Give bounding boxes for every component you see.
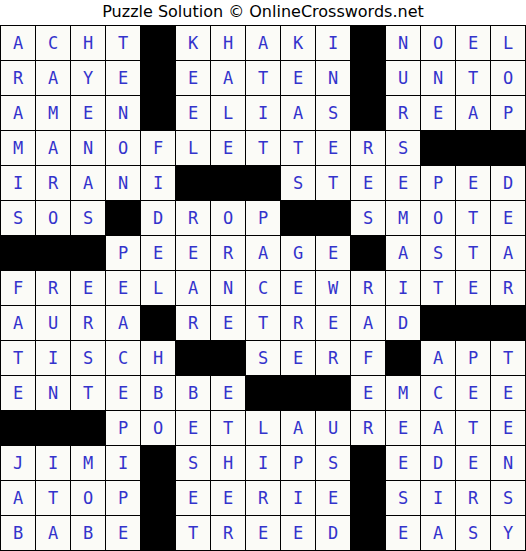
letter-cell-r7c15: A [491, 236, 525, 270]
block-cell-r7c3 [71, 236, 105, 270]
letter-cell-r6c6: R [176, 201, 210, 235]
letter-cell-r10c14: P [456, 341, 490, 375]
letter-cell-r13c4: I [106, 446, 140, 480]
block-cell-r6c4 [106, 201, 140, 235]
letter-cell-r4c6: L [176, 131, 210, 165]
letter-cell-r12c14: T [456, 411, 490, 445]
block-cell-r3c5 [141, 96, 175, 130]
letter-cell-r8c15: R [491, 271, 525, 305]
page-title: Puzzle Solution © OnlineCrosswords.net [0, 0, 526, 25]
letter-cell-r1c6: K [176, 26, 210, 60]
letter-cell-r8c8: C [246, 271, 280, 305]
block-cell-r12c3 [71, 411, 105, 445]
letter-cell-r3c3: E [71, 96, 105, 130]
letter-cell-r13c10: S [316, 446, 350, 480]
letter-cell-r3c15: P [491, 96, 525, 130]
letter-cell-r3c13: E [421, 96, 455, 130]
block-cell-r2c5 [141, 61, 175, 95]
letter-cell-r5c13: P [421, 166, 455, 200]
letter-cell-r2c7: A [211, 61, 245, 95]
block-cell-r12c1 [1, 411, 35, 445]
letter-cell-r3c7: L [211, 96, 245, 130]
block-cell-r10c12 [386, 341, 420, 375]
letter-cell-r12c8: L [246, 411, 280, 445]
letter-cell-r2c15: O [491, 61, 525, 95]
letter-cell-r4c1: M [1, 131, 35, 165]
letter-cell-r6c14: T [456, 201, 490, 235]
letter-cell-r1c12: N [386, 26, 420, 60]
letter-cell-r7c6: E [176, 236, 210, 270]
letter-cell-r8c2: R [36, 271, 70, 305]
letter-cell-r10c13: A [421, 341, 455, 375]
letter-cell-r1c10: I [316, 26, 350, 60]
letter-cell-r3c6: E [176, 96, 210, 130]
letter-cell-r4c9: T [281, 131, 315, 165]
letter-cell-r8c7: N [211, 271, 245, 305]
letter-cell-r13c15: N [491, 446, 525, 480]
letter-cell-r11c12: M [386, 376, 420, 410]
letter-cell-r5c12: E [386, 166, 420, 200]
letter-cell-r11c4: E [106, 376, 140, 410]
letter-cell-r4c7: E [211, 131, 245, 165]
letter-cell-r8c1: F [1, 271, 35, 305]
block-cell-r13c5 [141, 446, 175, 480]
letter-cell-r8c10: W [316, 271, 350, 305]
letter-cell-r8c5: L [141, 271, 175, 305]
letter-cell-r1c7: H [211, 26, 245, 60]
letter-cell-r9c2: U [36, 306, 70, 340]
letter-cell-r11c14: E [456, 376, 490, 410]
letter-cell-r1c14: E [456, 26, 490, 60]
letter-cell-r14c2: T [36, 481, 70, 515]
block-cell-r4c15 [491, 131, 525, 165]
letter-cell-r4c2: A [36, 131, 70, 165]
letter-cell-r12c13: A [421, 411, 455, 445]
block-cell-r15c11 [351, 516, 385, 550]
puzzle-solution-page: Puzzle Solution © OnlineCrosswords.net A… [0, 0, 526, 551]
letter-cell-r11c5: B [141, 376, 175, 410]
letter-cell-r11c15: E [491, 376, 525, 410]
letter-cell-r3c12: R [386, 96, 420, 130]
letter-cell-r2c1: R [1, 61, 35, 95]
letter-cell-r5c1: I [1, 166, 35, 200]
letter-cell-r11c13: C [421, 376, 455, 410]
letter-cell-r15c12: E [386, 516, 420, 550]
letter-cell-r14c3: O [71, 481, 105, 515]
letter-cell-r15c4: E [106, 516, 140, 550]
letter-cell-r13c13: D [421, 446, 455, 480]
letter-cell-r6c1: S [1, 201, 35, 235]
letter-cell-r10c4: C [106, 341, 140, 375]
letter-cell-r6c5: D [141, 201, 175, 235]
letter-cell-r13c8: I [246, 446, 280, 480]
letter-cell-r15c6: T [176, 516, 210, 550]
block-cell-r1c5 [141, 26, 175, 60]
letter-cell-r15c7: R [211, 516, 245, 550]
block-cell-r9c5 [141, 306, 175, 340]
letter-cell-r10c2: I [36, 341, 70, 375]
block-cell-r14c11 [351, 481, 385, 515]
letter-cell-r9c6: R [176, 306, 210, 340]
letter-cell-r14c4: P [106, 481, 140, 515]
block-cell-r9c15 [491, 306, 525, 340]
letter-cell-r4c4: O [106, 131, 140, 165]
letter-cell-r7c4: P [106, 236, 140, 270]
block-cell-r7c1 [1, 236, 35, 270]
letter-cell-r7c10: E [316, 236, 350, 270]
block-cell-r10c6 [176, 341, 210, 375]
letter-cell-r10c9: E [281, 341, 315, 375]
letter-cell-r2c14: T [456, 61, 490, 95]
letter-cell-r10c11: F [351, 341, 385, 375]
letter-cell-r2c8: T [246, 61, 280, 95]
letter-cell-r5c5: I [141, 166, 175, 200]
letter-cell-r7c12: A [386, 236, 420, 270]
letter-cell-r15c2: A [36, 516, 70, 550]
block-cell-r3c11 [351, 96, 385, 130]
letter-cell-r9c1: A [1, 306, 35, 340]
block-cell-r10c7 [211, 341, 245, 375]
block-cell-r13c11 [351, 446, 385, 480]
letter-cell-r5c4: N [106, 166, 140, 200]
letter-cell-r13c2: I [36, 446, 70, 480]
block-cell-r5c7 [211, 166, 245, 200]
letter-cell-r13c9: P [281, 446, 315, 480]
block-cell-r11c10 [316, 376, 350, 410]
letter-cell-r4c10: E [316, 131, 350, 165]
letter-cell-r9c11: A [351, 306, 385, 340]
letter-cell-r11c2: N [36, 376, 70, 410]
letter-cell-r1c4: T [106, 26, 140, 60]
letter-cell-r8c9: E [281, 271, 315, 305]
letter-cell-r9c8: T [246, 306, 280, 340]
letter-cell-r6c11: S [351, 201, 385, 235]
letter-cell-r15c3: B [71, 516, 105, 550]
letter-cell-r12c7: T [211, 411, 245, 445]
letter-cell-r1c9: K [281, 26, 315, 60]
letter-cell-r3c4: N [106, 96, 140, 130]
letter-cell-r5c3: A [71, 166, 105, 200]
letter-cell-r4c3: N [71, 131, 105, 165]
letter-cell-r10c1: T [1, 341, 35, 375]
letter-cell-r8c14: E [456, 271, 490, 305]
letter-cell-r2c4: E [106, 61, 140, 95]
letter-cell-r7c8: A [246, 236, 280, 270]
letter-cell-r3c1: A [1, 96, 35, 130]
letter-cell-r5c9: S [281, 166, 315, 200]
block-cell-r1c11 [351, 26, 385, 60]
letter-cell-r15c15: Y [491, 516, 525, 550]
letter-cell-r14c10: E [316, 481, 350, 515]
letter-cell-r6c8: P [246, 201, 280, 235]
letter-cell-r7c14: T [456, 236, 490, 270]
letter-cell-r2c13: N [421, 61, 455, 95]
letter-cell-r8c4: E [106, 271, 140, 305]
letter-cell-r4c11: R [351, 131, 385, 165]
letter-cell-r3c14: A [456, 96, 490, 130]
letter-cell-r15c10: D [316, 516, 350, 550]
letter-cell-r15c9: E [281, 516, 315, 550]
letter-cell-r2c10: N [316, 61, 350, 95]
letter-cell-r13c7: H [211, 446, 245, 480]
letter-cell-r3c9: A [281, 96, 315, 130]
letter-cell-r6c13: O [421, 201, 455, 235]
letter-cell-r4c8: T [246, 131, 280, 165]
letter-cell-r1c2: C [36, 26, 70, 60]
block-cell-r12c2 [36, 411, 70, 445]
letter-cell-r12c5: O [141, 411, 175, 445]
letter-cell-r3c8: I [246, 96, 280, 130]
letter-cell-r11c11: E [351, 376, 385, 410]
letter-cell-r1c1: A [1, 26, 35, 60]
block-cell-r6c10 [316, 201, 350, 235]
letter-cell-r2c9: E [281, 61, 315, 95]
letter-cell-r2c6: E [176, 61, 210, 95]
letter-cell-r2c12: U [386, 61, 420, 95]
letter-cell-r7c9: G [281, 236, 315, 270]
letter-cell-r1c15: L [491, 26, 525, 60]
letter-cell-r14c12: S [386, 481, 420, 515]
letter-cell-r6c2: O [36, 201, 70, 235]
letter-cell-r15c1: B [1, 516, 35, 550]
letter-cell-r5c11: E [351, 166, 385, 200]
letter-cell-r9c7: E [211, 306, 245, 340]
letter-cell-r7c13: S [421, 236, 455, 270]
letter-cell-r14c1: A [1, 481, 35, 515]
block-cell-r11c8 [246, 376, 280, 410]
block-cell-r5c6 [176, 166, 210, 200]
block-cell-r9c14 [456, 306, 490, 340]
letter-cell-r14c7: E [211, 481, 245, 515]
letter-cell-r5c15: D [491, 166, 525, 200]
letter-cell-r8c12: I [386, 271, 420, 305]
letter-cell-r9c12: D [386, 306, 420, 340]
letter-cell-r1c13: O [421, 26, 455, 60]
letter-cell-r12c15: E [491, 411, 525, 445]
letter-cell-r13c12: E [386, 446, 420, 480]
letter-cell-r9c4: A [106, 306, 140, 340]
letter-cell-r12c9: A [281, 411, 315, 445]
letter-cell-r10c10: R [316, 341, 350, 375]
letter-cell-r15c14: S [456, 516, 490, 550]
letter-cell-r4c5: F [141, 131, 175, 165]
block-cell-r2c11 [351, 61, 385, 95]
letter-cell-r11c7: E [211, 376, 245, 410]
letter-cell-r8c3: E [71, 271, 105, 305]
block-cell-r7c11 [351, 236, 385, 270]
letter-cell-r12c4: P [106, 411, 140, 445]
letter-cell-r11c6: B [176, 376, 210, 410]
letter-cell-r13c14: E [456, 446, 490, 480]
letter-cell-r10c15: T [491, 341, 525, 375]
letter-cell-r6c7: O [211, 201, 245, 235]
letter-cell-r2c3: Y [71, 61, 105, 95]
letter-cell-r6c12: M [386, 201, 420, 235]
letter-cell-r3c2: M [36, 96, 70, 130]
letter-cell-r15c13: A [421, 516, 455, 550]
letter-cell-r12c12: E [386, 411, 420, 445]
letter-cell-r13c1: J [1, 446, 35, 480]
letter-cell-r13c3: M [71, 446, 105, 480]
letter-cell-r11c1: E [1, 376, 35, 410]
letter-cell-r1c8: A [246, 26, 280, 60]
letter-cell-r12c6: E [176, 411, 210, 445]
block-cell-r9c13 [421, 306, 455, 340]
letter-cell-r5c10: T [316, 166, 350, 200]
letter-cell-r14c13: I [421, 481, 455, 515]
block-cell-r4c13 [421, 131, 455, 165]
letter-cell-r6c15: E [491, 201, 525, 235]
letter-cell-r14c8: R [246, 481, 280, 515]
letter-cell-r14c14: R [456, 481, 490, 515]
letter-cell-r13c6: S [176, 446, 210, 480]
block-cell-r6c9 [281, 201, 315, 235]
letter-cell-r15c8: E [246, 516, 280, 550]
letter-cell-r10c5: H [141, 341, 175, 375]
letter-cell-r1c3: H [71, 26, 105, 60]
letter-cell-r12c10: U [316, 411, 350, 445]
letter-cell-r14c6: E [176, 481, 210, 515]
letter-cell-r10c3: S [71, 341, 105, 375]
letter-cell-r8c6: A [176, 271, 210, 305]
letter-cell-r4c12: S [386, 131, 420, 165]
letter-cell-r8c13: T [421, 271, 455, 305]
letter-cell-r14c15: S [491, 481, 525, 515]
letter-cell-r7c7: R [211, 236, 245, 270]
block-cell-r11c9 [281, 376, 315, 410]
letter-cell-r11c3: T [71, 376, 105, 410]
letter-cell-r2c2: A [36, 61, 70, 95]
letter-cell-r5c14: E [456, 166, 490, 200]
letter-cell-r9c9: R [281, 306, 315, 340]
block-cell-r4c14 [456, 131, 490, 165]
letter-cell-r9c10: E [316, 306, 350, 340]
letter-cell-r14c9: I [281, 481, 315, 515]
letter-cell-r12c11: R [351, 411, 385, 445]
letter-cell-r3c10: S [316, 96, 350, 130]
block-cell-r5c8 [246, 166, 280, 200]
block-cell-r15c5 [141, 516, 175, 550]
letter-cell-r9c3: R [71, 306, 105, 340]
letter-cell-r8c11: R [351, 271, 385, 305]
block-cell-r7c2 [36, 236, 70, 270]
letter-cell-r5c2: R [36, 166, 70, 200]
letter-cell-r6c3: S [71, 201, 105, 235]
crossword-grid: ACHTKHAKINOELRAYEEATENUNTOAMENELIASREAPM… [0, 25, 526, 551]
letter-cell-r10c8: S [246, 341, 280, 375]
block-cell-r14c5 [141, 481, 175, 515]
letter-cell-r7c5: E [141, 236, 175, 270]
